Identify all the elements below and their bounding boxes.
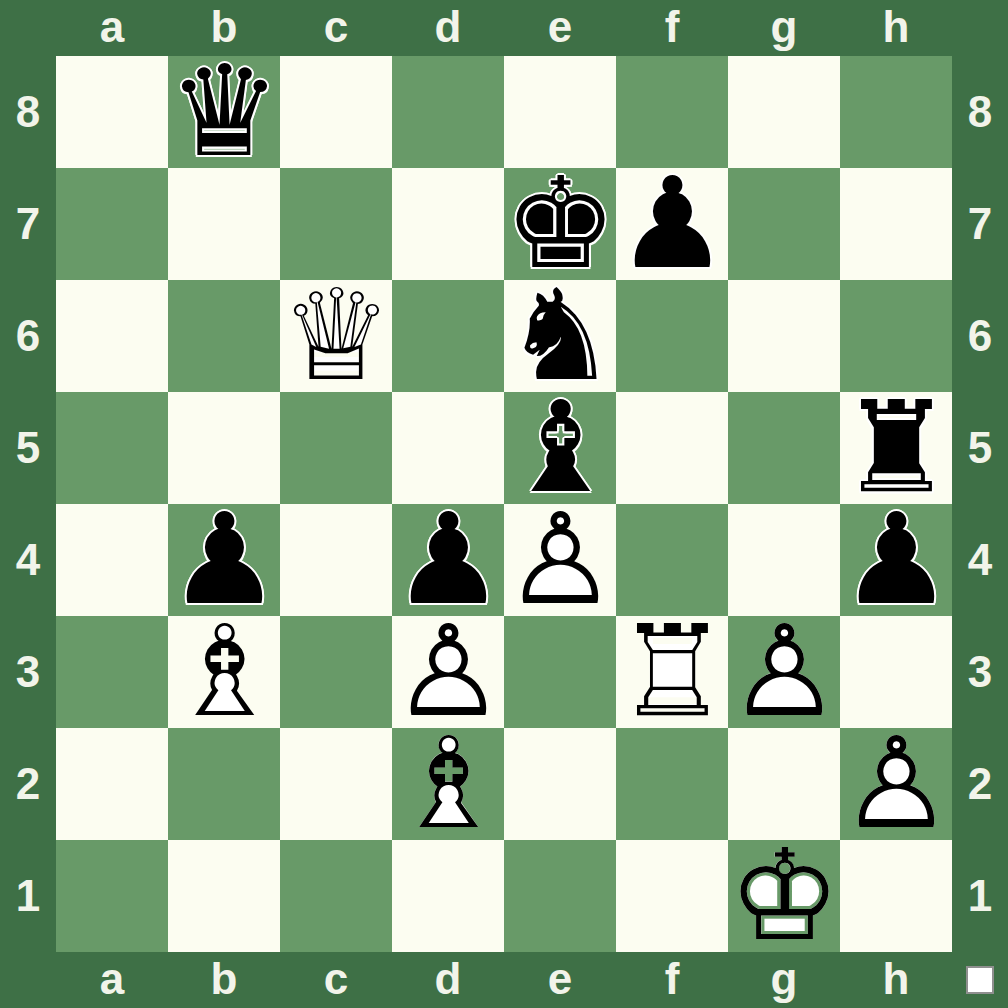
- piece-outline-layer: ♗: [168, 616, 280, 728]
- piece-black-pawn[interactable]: ♟: [840, 504, 952, 616]
- piece-black-queen[interactable]: ♛: [168, 56, 280, 168]
- square-d8[interactable]: [392, 56, 504, 168]
- square-b8[interactable]: ♛: [168, 56, 280, 168]
- piece-outline-layer: ♙: [840, 728, 952, 840]
- piece-black-pawn[interactable]: ♟: [616, 168, 728, 280]
- rank-label-1: 1: [952, 840, 1008, 952]
- piece-white-pawn[interactable]: ♟♙: [504, 504, 616, 616]
- rank-label-5: 5: [0, 392, 56, 504]
- piece-white-king[interactable]: ♚♔: [728, 840, 840, 952]
- file-label-h: h: [840, 952, 952, 1008]
- square-c3[interactable]: [280, 616, 392, 728]
- square-e1[interactable]: [504, 840, 616, 952]
- piece-white-pawn[interactable]: ♟♙: [728, 616, 840, 728]
- side-to-move-indicator: [966, 966, 994, 994]
- file-label-d: d: [392, 0, 504, 56]
- square-a6[interactable]: [56, 280, 168, 392]
- file-label-f: f: [616, 0, 728, 56]
- square-a7[interactable]: [56, 168, 168, 280]
- square-d1[interactable]: [392, 840, 504, 952]
- square-a2[interactable]: [56, 728, 168, 840]
- file-label-f: f: [616, 952, 728, 1008]
- rank-label-6: 6: [0, 280, 56, 392]
- square-a3[interactable]: [56, 616, 168, 728]
- square-d7[interactable]: [392, 168, 504, 280]
- rank-label-3: 3: [952, 616, 1008, 728]
- square-g7[interactable]: [728, 168, 840, 280]
- chess-diagram: abcdefgh 87654321 ♛♚♟♛♕♞♝♜♟♟♟♙♟♝♗♟♙♜♖♟♙♝…: [0, 0, 1008, 1008]
- square-b7[interactable]: [168, 168, 280, 280]
- square-d2[interactable]: ♝♗: [392, 728, 504, 840]
- rank-label-4: 4: [952, 504, 1008, 616]
- piece-white-pawn[interactable]: ♟♙: [840, 728, 952, 840]
- square-h7[interactable]: [840, 168, 952, 280]
- square-a5[interactable]: [56, 392, 168, 504]
- file-label-g: g: [728, 0, 840, 56]
- square-a1[interactable]: [56, 840, 168, 952]
- rank-label-3: 3: [0, 616, 56, 728]
- piece-glyph: ♟: [840, 504, 952, 616]
- square-b6[interactable]: [168, 280, 280, 392]
- rank-label-4: 4: [0, 504, 56, 616]
- square-f7[interactable]: ♟: [616, 168, 728, 280]
- square-c6[interactable]: ♛♕: [280, 280, 392, 392]
- piece-outline-layer: ♔: [728, 840, 840, 952]
- square-h8[interactable]: [840, 56, 952, 168]
- piece-outline-layer: ♖: [616, 616, 728, 728]
- rank-label-1: 1: [0, 840, 56, 952]
- file-label-c: c: [280, 0, 392, 56]
- rank-label-2: 2: [0, 728, 56, 840]
- piece-outline-layer: ♕: [280, 280, 392, 392]
- square-c5[interactable]: [280, 392, 392, 504]
- square-e4[interactable]: ♟♙: [504, 504, 616, 616]
- piece-white-bishop[interactable]: ♝♗: [168, 616, 280, 728]
- square-e2[interactable]: [504, 728, 616, 840]
- rank-label-5: 5: [952, 392, 1008, 504]
- square-e3[interactable]: [504, 616, 616, 728]
- rank-label-8: 8: [952, 56, 1008, 168]
- square-f5[interactable]: [616, 392, 728, 504]
- square-f2[interactable]: [616, 728, 728, 840]
- square-g6[interactable]: [728, 280, 840, 392]
- file-label-h: h: [840, 0, 952, 56]
- file-label-c: c: [280, 952, 392, 1008]
- square-g8[interactable]: [728, 56, 840, 168]
- piece-white-queen[interactable]: ♛♕: [280, 280, 392, 392]
- file-label-d: d: [392, 952, 504, 1008]
- square-g5[interactable]: [728, 392, 840, 504]
- square-b3[interactable]: ♝♗: [168, 616, 280, 728]
- square-a8[interactable]: [56, 56, 168, 168]
- rank-label-8: 8: [0, 56, 56, 168]
- square-c8[interactable]: [280, 56, 392, 168]
- piece-white-bishop[interactable]: ♝♗: [392, 728, 504, 840]
- file-label-e: e: [504, 952, 616, 1008]
- square-f1[interactable]: [616, 840, 728, 952]
- square-g1[interactable]: ♚♔: [728, 840, 840, 952]
- square-h2[interactable]: ♟♙: [840, 728, 952, 840]
- file-label-b: b: [168, 952, 280, 1008]
- board: ♛♚♟♛♕♞♝♜♟♟♟♙♟♝♗♟♙♜♖♟♙♝♗♟♙♚♔: [56, 56, 952, 952]
- piece-outline-layer: ♙: [728, 616, 840, 728]
- square-h1[interactable]: [840, 840, 952, 952]
- file-label-a: a: [56, 0, 168, 56]
- piece-glyph: ♛: [168, 56, 280, 168]
- square-h4[interactable]: ♟: [840, 504, 952, 616]
- rank-label-7: 7: [0, 168, 56, 280]
- square-c4[interactable]: [280, 504, 392, 616]
- square-b1[interactable]: [168, 840, 280, 952]
- square-c2[interactable]: [280, 728, 392, 840]
- square-f3[interactable]: ♜♖: [616, 616, 728, 728]
- piece-outline-layer: ♗: [392, 728, 504, 840]
- square-c1[interactable]: [280, 840, 392, 952]
- piece-outline-layer: ♙: [504, 504, 616, 616]
- square-d6[interactable]: [392, 280, 504, 392]
- rank-labels-left: 87654321: [0, 56, 56, 952]
- square-g3[interactable]: ♟♙: [728, 616, 840, 728]
- square-b2[interactable]: [168, 728, 280, 840]
- piece-glyph: ♟: [616, 168, 728, 280]
- file-label-g: g: [728, 952, 840, 1008]
- rank-labels-right: 87654321: [952, 56, 1008, 952]
- file-labels-bottom: abcdefgh: [56, 952, 952, 1008]
- file-label-e: e: [504, 0, 616, 56]
- rank-label-2: 2: [952, 728, 1008, 840]
- square-f6[interactable]: [616, 280, 728, 392]
- file-label-a: a: [56, 952, 168, 1008]
- rank-label-7: 7: [952, 168, 1008, 280]
- square-a4[interactable]: [56, 504, 168, 616]
- rank-label-6: 6: [952, 280, 1008, 392]
- piece-white-rook[interactable]: ♜♖: [616, 616, 728, 728]
